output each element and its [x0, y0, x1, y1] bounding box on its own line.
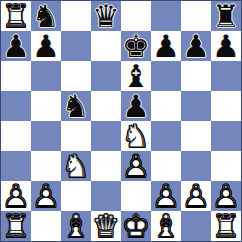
white-pawn-outline-icon: ♙	[1, 181, 31, 211]
white-bishop-outline-icon: ♗	[151, 211, 181, 241]
black-pawn-icon: ♟	[151, 31, 181, 61]
black-pawn-icon: ♟	[121, 91, 151, 121]
square-c4[interactable]	[61, 121, 91, 151]
white-bishop-outline-icon: ♗	[61, 211, 91, 241]
square-g7[interactable]: ♟	[181, 31, 211, 61]
white-knight-outline-icon: ♘	[61, 151, 91, 181]
square-f3[interactable]	[151, 151, 181, 181]
square-a4[interactable]	[1, 121, 31, 151]
piece-white-rook: ♜♖	[1, 211, 31, 241]
black-queen-icon: ♛	[91, 1, 121, 31]
square-f8[interactable]	[151, 1, 181, 31]
piece-black-knight: ♞	[31, 1, 61, 31]
square-a2[interactable]: ♟♙	[1, 181, 31, 211]
white-pawn-outline-icon: ♙	[211, 181, 241, 211]
white-pawn-outline-icon: ♙	[181, 181, 211, 211]
piece-white-bishop: ♝♗	[151, 211, 181, 241]
black-pawn-icon: ♟	[31, 31, 61, 61]
square-d6[interactable]	[91, 61, 121, 91]
square-g3[interactable]	[181, 151, 211, 181]
piece-white-pawn: ♟♙	[211, 181, 241, 211]
square-g2[interactable]: ♟♙	[181, 181, 211, 211]
white-king-outline-icon: ♔	[121, 211, 151, 241]
piece-white-pawn: ♟♙	[181, 181, 211, 211]
piece-black-pawn: ♟	[211, 31, 241, 61]
piece-black-pawn: ♟	[121, 91, 151, 121]
square-c8[interactable]	[61, 1, 91, 31]
square-h3[interactable]	[211, 151, 241, 181]
square-f4[interactable]	[151, 121, 181, 151]
square-c5[interactable]: ♞	[61, 91, 91, 121]
white-rook-outline-icon: ♖	[1, 1, 31, 31]
chess-board: ♜♖♞♛♜♟♟♚♟♟♟♝♞♟♞♘♞♘♟♙♟♙♟♙♟♙♟♙♟♙♜♖♝♗♛♕♚♔♝♗…	[0, 0, 242, 242]
piece-black-rook: ♜	[211, 1, 241, 31]
piece-white-pawn: ♟♙	[31, 181, 61, 211]
square-b7[interactable]: ♟	[31, 31, 61, 61]
square-e4[interactable]: ♞♘	[121, 121, 151, 151]
square-h4[interactable]	[211, 121, 241, 151]
square-d5[interactable]	[91, 91, 121, 121]
square-a7[interactable]: ♟	[1, 31, 31, 61]
square-c1[interactable]: ♝♗	[61, 211, 91, 241]
piece-black-pawn: ♟	[31, 31, 61, 61]
white-queen-outline-icon: ♕	[91, 211, 121, 241]
piece-white-pawn: ♟♙	[151, 181, 181, 211]
black-knight-icon: ♞	[31, 1, 61, 31]
black-pawn-icon: ♟	[181, 31, 211, 61]
square-b8[interactable]: ♞	[31, 1, 61, 31]
square-h5[interactable]	[211, 91, 241, 121]
square-e3[interactable]: ♟♙	[121, 151, 151, 181]
piece-black-knight: ♞	[61, 91, 91, 121]
piece-white-knight: ♞♘	[61, 151, 91, 181]
white-pawn-outline-icon: ♙	[151, 181, 181, 211]
square-d3[interactable]	[91, 151, 121, 181]
piece-white-queen: ♛♕	[91, 211, 121, 241]
piece-white-pawn: ♟♙	[121, 151, 151, 181]
square-h2[interactable]: ♟♙	[211, 181, 241, 211]
square-h8[interactable]: ♜	[211, 1, 241, 31]
square-e6[interactable]: ♝	[121, 61, 151, 91]
square-e8[interactable]	[121, 1, 151, 31]
square-d1[interactable]: ♛♕	[91, 211, 121, 241]
white-pawn-outline-icon: ♙	[121, 151, 151, 181]
piece-white-pawn: ♟♙	[1, 181, 31, 211]
piece-black-pawn: ♟	[151, 31, 181, 61]
piece-black-pawn: ♟	[181, 31, 211, 61]
square-g4[interactable]	[181, 121, 211, 151]
square-g1[interactable]	[181, 211, 211, 241]
piece-white-knight: ♞♘	[121, 121, 151, 151]
square-d2[interactable]	[91, 181, 121, 211]
square-c6[interactable]	[61, 61, 91, 91]
white-pawn-outline-icon: ♙	[31, 181, 61, 211]
square-a5[interactable]	[1, 91, 31, 121]
piece-black-bishop: ♝	[121, 61, 151, 91]
square-b1[interactable]	[31, 211, 61, 241]
black-bishop-icon: ♝	[121, 61, 151, 91]
square-f1[interactable]: ♝♗	[151, 211, 181, 241]
piece-white-rook: ♜♖	[1, 1, 31, 31]
square-a8[interactable]: ♜♖	[1, 1, 31, 31]
square-g8[interactable]	[181, 1, 211, 31]
square-b2[interactable]: ♟♙	[31, 181, 61, 211]
white-knight-outline-icon: ♘	[121, 121, 151, 151]
square-f7[interactable]: ♟	[151, 31, 181, 61]
square-g5[interactable]	[181, 91, 211, 121]
black-pawn-icon: ♟	[211, 31, 241, 61]
square-f6[interactable]	[151, 61, 181, 91]
black-rook-icon: ♜	[211, 1, 241, 31]
square-h7[interactable]: ♟	[211, 31, 241, 61]
square-a6[interactable]	[1, 61, 31, 91]
black-king-icon: ♚	[121, 31, 151, 61]
piece-black-pawn: ♟	[1, 31, 31, 61]
piece-white-rook: ♜♖	[211, 211, 241, 241]
square-b5[interactable]	[31, 91, 61, 121]
square-b6[interactable]	[31, 61, 61, 91]
square-c2[interactable]	[61, 181, 91, 211]
square-a1[interactable]: ♜♖	[1, 211, 31, 241]
square-e5[interactable]: ♟	[121, 91, 151, 121]
square-b4[interactable]	[31, 121, 61, 151]
square-f5[interactable]	[151, 91, 181, 121]
square-a3[interactable]	[1, 151, 31, 181]
black-pawn-icon: ♟	[1, 31, 31, 61]
square-f2[interactable]: ♟♙	[151, 181, 181, 211]
square-h1[interactable]: ♜♖	[211, 211, 241, 241]
black-knight-icon: ♞	[61, 91, 91, 121]
square-b3[interactable]	[31, 151, 61, 181]
square-e1[interactable]: ♚♔	[121, 211, 151, 241]
square-h6[interactable]	[211, 61, 241, 91]
piece-white-king: ♚♔	[121, 211, 151, 241]
white-rook-outline-icon: ♖	[1, 211, 31, 241]
piece-white-bishop: ♝♗	[61, 211, 91, 241]
square-c3[interactable]: ♞♘	[61, 151, 91, 181]
square-d8[interactable]: ♛	[91, 1, 121, 31]
square-e2[interactable]	[121, 181, 151, 211]
piece-black-queen: ♛	[91, 1, 121, 31]
square-d7[interactable]	[91, 31, 121, 61]
square-c7[interactable]	[61, 31, 91, 61]
square-g6[interactable]	[181, 61, 211, 91]
piece-black-king: ♚	[121, 31, 151, 61]
square-e7[interactable]: ♚	[121, 31, 151, 61]
square-d4[interactable]	[91, 121, 121, 151]
white-rook-outline-icon: ♖	[211, 211, 241, 241]
